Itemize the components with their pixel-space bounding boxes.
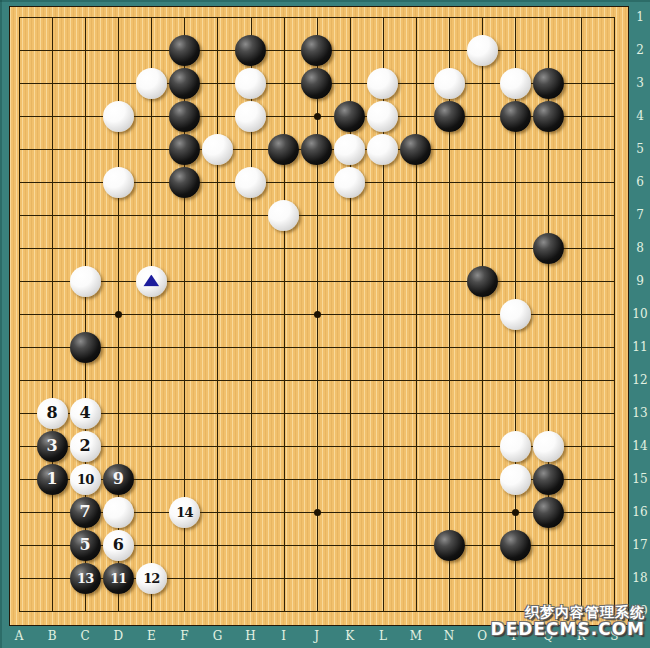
move-number: 5 <box>80 537 91 553</box>
stone-black-F4 <box>169 101 200 132</box>
row-label-12: 12 <box>630 373 650 387</box>
star-point <box>314 509 321 516</box>
star-point <box>314 311 321 318</box>
row-label-13: 13 <box>630 406 650 420</box>
column-label-K: K <box>340 629 360 643</box>
stone-black-F5 <box>169 134 200 165</box>
grid-line-horizontal <box>19 413 615 414</box>
stone-white-L3 <box>367 68 398 99</box>
stone-white-P14 <box>500 431 531 462</box>
stone-white-I7 <box>268 200 299 231</box>
column-label-C: C <box>75 629 95 643</box>
stone-white-E18: 12 <box>136 563 167 594</box>
stone-white-D17: 6 <box>103 530 134 561</box>
stone-white-C9 <box>70 266 101 297</box>
move-number: 2 <box>80 438 91 454</box>
stone-black-H2 <box>235 35 266 66</box>
stone-white-H6 <box>235 167 266 198</box>
stone-black-C11 <box>70 332 101 363</box>
stone-white-C13: 4 <box>70 398 101 429</box>
stone-black-N17 <box>434 530 465 561</box>
stone-black-F3 <box>169 68 200 99</box>
row-label-1: 1 <box>630 10 650 24</box>
stone-white-Q14 <box>533 431 564 462</box>
column-label-E: E <box>141 629 161 643</box>
stone-white-P10 <box>500 299 531 330</box>
stone-white-E9 <box>136 266 167 297</box>
stone-white-P15 <box>500 464 531 495</box>
stone-black-F6 <box>169 167 200 198</box>
grid-line-horizontal <box>19 347 615 348</box>
move-number: 11 <box>110 572 126 585</box>
grid-line-horizontal <box>19 380 615 381</box>
row-label-6: 6 <box>630 175 650 189</box>
column-label-I: I <box>274 629 294 643</box>
stone-black-B15: 1 <box>37 464 68 495</box>
stone-black-P4 <box>500 101 531 132</box>
stone-black-O9 <box>467 266 498 297</box>
triangle-marker-icon <box>143 275 159 287</box>
column-label-O: O <box>472 629 492 643</box>
row-label-3: 3 <box>630 76 650 90</box>
move-number: 10 <box>77 473 93 486</box>
move-number: 8 <box>47 405 58 421</box>
stone-white-B13: 8 <box>37 398 68 429</box>
row-label-2: 2 <box>630 43 650 57</box>
row-label-15: 15 <box>630 472 650 486</box>
row-label-9: 9 <box>630 274 650 288</box>
stone-white-F16: 14 <box>169 497 200 528</box>
stone-white-L5 <box>367 134 398 165</box>
grid-line-vertical <box>482 17 483 612</box>
stone-white-H3 <box>235 68 266 99</box>
stone-white-N3 <box>434 68 465 99</box>
stone-white-E3 <box>136 68 167 99</box>
stone-white-L4 <box>367 101 398 132</box>
column-label-D: D <box>108 629 128 643</box>
stone-black-B14: 3 <box>37 431 68 462</box>
row-label-7: 7 <box>630 208 650 222</box>
move-number: 4 <box>80 405 91 421</box>
column-label-L: L <box>373 629 393 643</box>
stone-black-I5 <box>268 134 299 165</box>
watermark: 织梦内容管理系统 DEDECMS.COM <box>491 604 645 638</box>
row-label-4: 4 <box>630 109 650 123</box>
stone-white-G5 <box>202 134 233 165</box>
move-number: 3 <box>47 438 58 454</box>
stone-black-D15: 9 <box>103 464 134 495</box>
row-label-5: 5 <box>630 142 650 156</box>
row-label-8: 8 <box>630 241 650 255</box>
row-label-10: 10 <box>630 307 650 321</box>
row-label-14: 14 <box>630 439 650 453</box>
row-label-11: 11 <box>630 340 650 354</box>
column-label-F: F <box>174 629 194 643</box>
stone-black-F2 <box>169 35 200 66</box>
column-label-G: G <box>207 629 227 643</box>
watermark-cms-domain: DEDECMS.COM <box>491 620 645 638</box>
stone-white-D4 <box>103 101 134 132</box>
column-label-M: M <box>406 629 426 643</box>
move-number: 1 <box>47 471 58 487</box>
column-label-B: B <box>42 629 62 643</box>
stone-black-K4 <box>334 101 365 132</box>
stone-black-Q15 <box>533 464 564 495</box>
stone-black-M5 <box>400 134 431 165</box>
grid-line-vertical <box>614 17 615 612</box>
stone-black-C16: 7 <box>70 497 101 528</box>
stone-black-D18: 11 <box>103 563 134 594</box>
stone-black-J5 <box>301 134 332 165</box>
stone-white-C14: 2 <box>70 431 101 462</box>
stone-black-Q16 <box>533 497 564 528</box>
stone-white-P3 <box>500 68 531 99</box>
grid-line-vertical <box>416 17 417 612</box>
stone-white-K6 <box>334 167 365 198</box>
stone-black-N4 <box>434 101 465 132</box>
stone-black-J3 <box>301 68 332 99</box>
move-number: 13 <box>77 572 93 585</box>
row-label-18: 18 <box>630 571 650 585</box>
go-diagram-screenshot: 织梦内容管理系统 DEDECMS.COM ABCDEFGHIJKLMNOPQRS… <box>0 0 650 648</box>
stone-white-H4 <box>235 101 266 132</box>
stone-white-K5 <box>334 134 365 165</box>
row-label-17: 17 <box>630 538 650 552</box>
stone-black-C18: 13 <box>70 563 101 594</box>
column-label-A: A <box>9 629 29 643</box>
stone-black-Q3 <box>533 68 564 99</box>
column-label-J: J <box>307 629 327 643</box>
column-label-N: N <box>439 629 459 643</box>
move-number: 9 <box>113 471 124 487</box>
stone-black-Q4 <box>533 101 564 132</box>
move-number: 12 <box>143 572 159 585</box>
move-number: 7 <box>80 504 91 520</box>
move-number: 6 <box>113 537 124 553</box>
stone-white-D16 <box>103 497 134 528</box>
stone-white-C15: 10 <box>70 464 101 495</box>
star-point <box>314 113 321 120</box>
stone-black-J2 <box>301 35 332 66</box>
stone-white-O2 <box>467 35 498 66</box>
grid-line-vertical <box>581 17 582 612</box>
row-label-16: 16 <box>630 505 650 519</box>
stone-black-Q8 <box>533 233 564 264</box>
stone-black-C17: 5 <box>70 530 101 561</box>
stone-black-P17 <box>500 530 531 561</box>
move-number: 14 <box>176 506 192 519</box>
column-label-H: H <box>241 629 261 643</box>
stone-white-D6 <box>103 167 134 198</box>
watermark-cms-name: 织梦内容管理系统 <box>491 604 645 620</box>
